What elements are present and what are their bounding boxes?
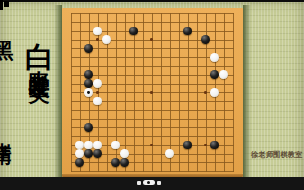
stone-white (84, 141, 93, 150)
grid-line (71, 162, 234, 163)
stone-white (111, 141, 120, 150)
stone-black (129, 27, 138, 36)
stone-white (75, 141, 84, 150)
grid-line (179, 13, 180, 172)
stone-black (210, 70, 219, 79)
grid-line (224, 13, 225, 172)
video-frame[interactable]: 黑 崔精 白 上野爱咲美 徐老师围棋教室 (0, 0, 304, 190)
video-control-bar[interactable] (0, 177, 304, 190)
goban-grid (62, 8, 243, 174)
grid-line (197, 13, 198, 172)
stone-white (165, 149, 174, 158)
star-point (96, 91, 99, 94)
stone-black (210, 141, 219, 150)
stone-black (111, 158, 120, 167)
stone-white (219, 70, 228, 79)
grid-line (71, 136, 234, 137)
grid-line (71, 127, 234, 128)
stone-white (75, 149, 84, 158)
star-point (150, 91, 153, 94)
stone-black (183, 27, 192, 36)
stone-black (84, 79, 93, 88)
stone-black (84, 149, 93, 158)
star-point (204, 91, 207, 94)
stone-black (84, 123, 93, 132)
stone-white (120, 149, 129, 158)
stone-white (93, 27, 102, 36)
grid-line (161, 13, 162, 172)
board-shadow-right (243, 5, 251, 179)
last-move-marker (87, 91, 90, 94)
stone-white (93, 141, 102, 150)
grid-line (71, 171, 234, 172)
black-player-name: 崔精 (0, 126, 12, 132)
stone-white (93, 97, 102, 106)
stone-black (84, 70, 93, 79)
star-point (150, 38, 153, 41)
stone-white (84, 88, 93, 97)
board-shadow-left (54, 5, 62, 179)
stone-black (75, 158, 84, 167)
control-tick-icon[interactable] (137, 181, 141, 185)
toggle-dot-icon (147, 181, 150, 184)
stone-black (93, 149, 102, 158)
stone-black (84, 44, 93, 53)
stone-white (210, 88, 219, 97)
playback-toggle[interactable] (137, 180, 161, 185)
stone-white (210, 53, 219, 62)
channel-watermark: 徐老师围棋教室 (251, 150, 303, 160)
star-point (96, 38, 99, 41)
frame-top-edge (0, 0, 304, 2)
control-tick-icon[interactable] (157, 181, 161, 185)
white-player-name: 上野爱咲美 (28, 54, 49, 67)
cropped-text-fragment (0, 0, 9, 10)
stone-white (102, 35, 111, 44)
grid-line (71, 119, 234, 120)
grid-line (233, 13, 234, 172)
stone-black (183, 141, 192, 150)
stone-white (93, 79, 102, 88)
stone-black (120, 158, 129, 167)
stone-black (201, 35, 210, 44)
play-toggle-icon[interactable] (143, 180, 155, 185)
grid-line (71, 110, 234, 111)
